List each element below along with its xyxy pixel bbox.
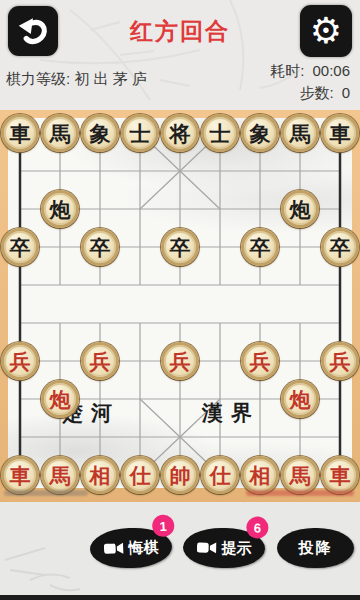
time-value: 00:06 bbox=[312, 60, 350, 82]
piece-red-相[interactable]: 相 bbox=[241, 456, 279, 494]
piece-black-炮[interactable]: 炮 bbox=[281, 190, 319, 228]
video-camera-icon bbox=[196, 541, 216, 555]
skill-level-label: 棋力等级: bbox=[6, 70, 70, 87]
piece-red-兵[interactable]: 兵 bbox=[161, 342, 199, 380]
undo-label: 悔棋 bbox=[128, 538, 159, 558]
piece-black-馬[interactable]: 馬 bbox=[41, 114, 79, 152]
piece-black-馬[interactable]: 馬 bbox=[281, 114, 319, 152]
piece-black-将[interactable]: 将 bbox=[161, 114, 199, 152]
hint-badge: 6 bbox=[246, 516, 268, 538]
move-count: 步数: 0 bbox=[270, 82, 350, 104]
piece-red-相[interactable]: 相 bbox=[81, 456, 119, 494]
piece-red-炮[interactable]: 炮 bbox=[41, 380, 79, 418]
piece-red-車[interactable]: 車 bbox=[1, 456, 39, 494]
piece-black-車[interactable]: 車 bbox=[1, 114, 39, 152]
piece-red-炮[interactable]: 炮 bbox=[281, 380, 319, 418]
settings-button[interactable]: ⚙ bbox=[300, 5, 352, 57]
xiangqi-board[interactable]: 楚河 漢界 車馬象士将士象馬車炮炮卒卒卒卒卒兵兵兵兵兵炮炮車馬相仕帥仕相馬車 bbox=[0, 110, 360, 502]
piece-black-士[interactable]: 士 bbox=[201, 114, 239, 152]
watermark-right bbox=[246, 490, 354, 496]
video-camera-icon bbox=[103, 541, 123, 556]
watermark-left bbox=[4, 490, 88, 496]
piece-black-炮[interactable]: 炮 bbox=[41, 190, 79, 228]
undo-badge: 1 bbox=[152, 514, 175, 537]
piece-red-兵[interactable]: 兵 bbox=[1, 342, 39, 380]
piece-red-馬[interactable]: 馬 bbox=[41, 456, 79, 494]
piece-black-卒[interactable]: 卒 bbox=[241, 228, 279, 266]
resign-button[interactable]: 投降 bbox=[277, 528, 354, 568]
piece-red-帥[interactable]: 帥 bbox=[161, 456, 199, 494]
piece-black-象[interactable]: 象 bbox=[81, 114, 119, 152]
piece-black-卒[interactable]: 卒 bbox=[161, 228, 199, 266]
hint-label: 提示 bbox=[221, 538, 251, 558]
skill-level-value: 初 出 茅 庐 bbox=[74, 70, 147, 87]
piece-red-車[interactable]: 車 bbox=[321, 456, 359, 494]
piece-black-卒[interactable]: 卒 bbox=[1, 228, 39, 266]
bottom-bar bbox=[0, 595, 360, 600]
stats: 耗时: 00:06 步数: 0 bbox=[270, 60, 350, 104]
piece-red-兵[interactable]: 兵 bbox=[321, 342, 359, 380]
footer: 悔棋 1 提示 6 投降 bbox=[0, 502, 360, 600]
piece-red-兵[interactable]: 兵 bbox=[241, 342, 279, 380]
piece-black-士[interactable]: 士 bbox=[121, 114, 159, 152]
piece-red-仕[interactable]: 仕 bbox=[201, 456, 239, 494]
piece-black-卒[interactable]: 卒 bbox=[81, 228, 119, 266]
undo-move-button[interactable]: 悔棋 1 bbox=[89, 527, 172, 570]
steps-value: 0 bbox=[342, 82, 350, 104]
xiangqi-app: 红方回合 ⚙ 棋力等级: 初 出 茅 庐 耗时: 00:06 步数: 0 bbox=[0, 0, 360, 600]
piece-black-象[interactable]: 象 bbox=[241, 114, 279, 152]
steps-label: 步数: bbox=[299, 82, 333, 104]
piece-red-馬[interactable]: 馬 bbox=[281, 456, 319, 494]
hint-button[interactable]: 提示 6 bbox=[183, 527, 266, 568]
piece-black-車[interactable]: 車 bbox=[321, 114, 359, 152]
piece-black-卒[interactable]: 卒 bbox=[321, 228, 359, 266]
gear-icon: ⚙ bbox=[310, 13, 342, 49]
time-label: 耗时: bbox=[270, 60, 304, 82]
pieces-grid: 車馬象士将士象馬車炮炮卒卒卒卒卒兵兵兵兵兵炮炮車馬相仕帥仕相馬車 bbox=[0, 114, 360, 494]
resign-label: 投降 bbox=[299, 539, 333, 558]
elapsed-time: 耗时: 00:06 bbox=[270, 60, 350, 82]
header: 红方回合 ⚙ 棋力等级: 初 出 茅 庐 耗时: 00:06 步数: 0 bbox=[0, 0, 360, 110]
piece-red-兵[interactable]: 兵 bbox=[81, 342, 119, 380]
piece-red-仕[interactable]: 仕 bbox=[121, 456, 159, 494]
skill-level: 棋力等级: 初 出 茅 庐 bbox=[6, 70, 147, 89]
